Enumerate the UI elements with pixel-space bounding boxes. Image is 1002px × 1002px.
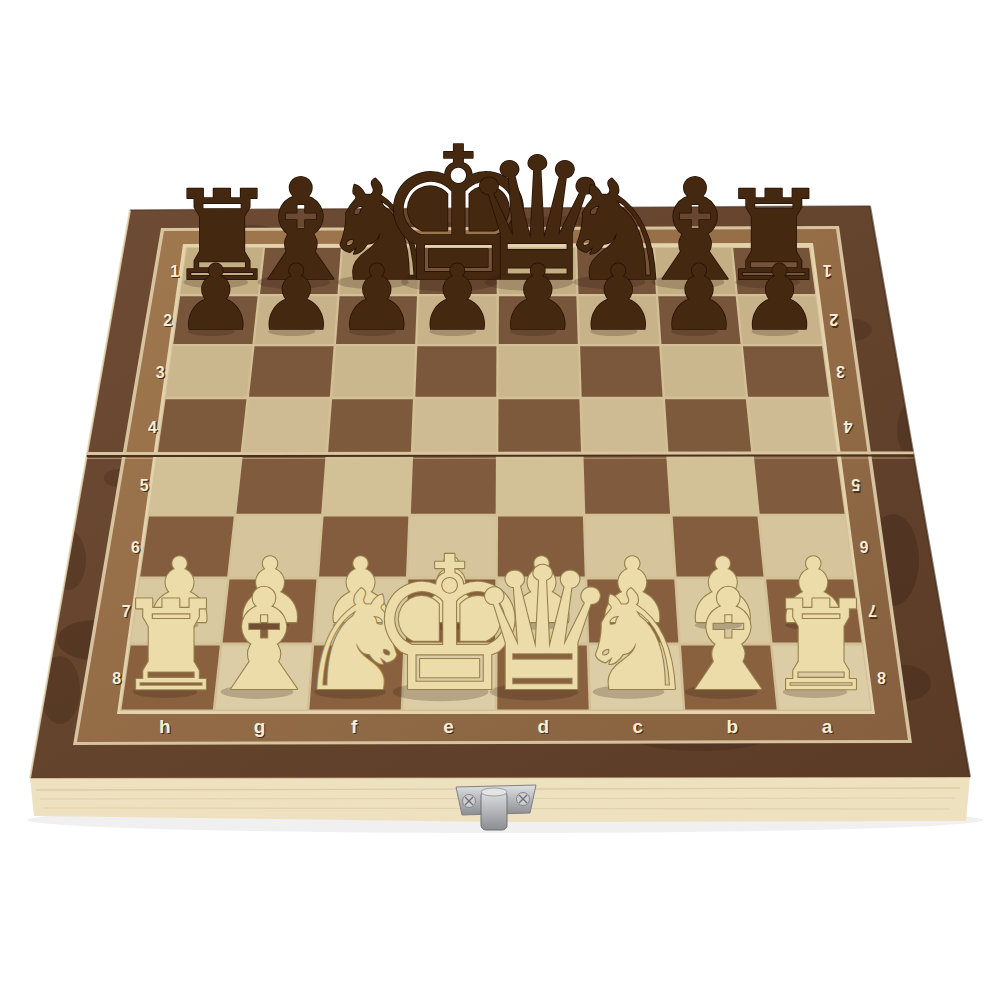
square-f4	[328, 399, 413, 453]
piece-dark-pawn-c2: ♟	[578, 245, 659, 350]
square-b4	[665, 399, 751, 453]
square-g4	[243, 399, 330, 453]
chess-board-scene: 11112222333344445555666677778888hhggffee…	[0, 0, 1002, 1002]
piece-dark-pawn-a2: ♟	[739, 245, 820, 350]
square-h4	[158, 399, 247, 453]
square-a5	[754, 456, 845, 513]
piece-dark-pawn-e2: ♟	[417, 245, 498, 350]
square-e3	[415, 346, 496, 397]
rank-label-right-8: 8	[877, 669, 886, 686]
square-f3	[332, 346, 415, 397]
square-e4	[413, 399, 496, 453]
square-a3	[743, 346, 829, 397]
square-c5	[584, 456, 671, 513]
piece-dark-pawn-d2: ♟	[498, 245, 579, 350]
square-d3	[499, 346, 580, 397]
square-h5	[149, 456, 240, 513]
rank-label-right-2: 2	[829, 311, 838, 328]
square-f5	[324, 456, 411, 513]
rank-label-right-4: 4	[843, 418, 852, 435]
square-c4	[582, 399, 666, 453]
chess-set-photo: 11112222333344445555666677778888hhggffee…	[0, 0, 1002, 1002]
piece-light-rook-a8: ♜	[766, 574, 877, 718]
rank-label-right-5: 5	[851, 476, 860, 493]
file-label-bottom-h: h	[159, 716, 171, 737]
piece-dark-pawn-g2: ♟	[256, 245, 337, 350]
rank-label-left-5: 5	[140, 477, 149, 494]
piece-dark-pawn-b2: ♟	[659, 245, 740, 350]
square-e5	[411, 456, 496, 513]
rank-label-left-3: 3	[156, 364, 165, 381]
file-label-bottom-a: a	[822, 716, 833, 737]
square-d4	[498, 399, 581, 453]
square-b3	[662, 346, 746, 397]
square-b5	[669, 456, 758, 513]
square-g3	[249, 346, 334, 397]
square-h3	[166, 346, 252, 397]
square-a4	[748, 399, 836, 453]
rank-label-right-3: 3	[836, 363, 845, 380]
rank-label-left-4: 4	[148, 419, 157, 436]
square-c3	[580, 346, 662, 397]
rank-label-left-2: 2	[163, 312, 172, 329]
piece-dark-pawn-h2: ♟	[176, 245, 257, 350]
square-g5	[236, 456, 325, 513]
square-d5	[498, 456, 583, 513]
piece-dark-pawn-f2: ♟	[337, 245, 418, 350]
rank-label-right-6: 6	[859, 538, 868, 555]
